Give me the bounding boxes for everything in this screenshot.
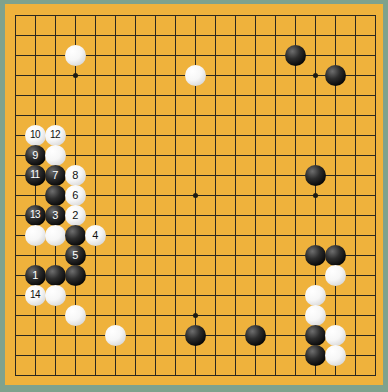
move-number-label: 6 bbox=[72, 190, 78, 201]
stone-black bbox=[245, 325, 266, 346]
hoshi-star-point bbox=[313, 73, 318, 78]
stone-black bbox=[305, 165, 326, 186]
hoshi-star-point bbox=[193, 193, 198, 198]
stone-white-move-14: 14 bbox=[25, 285, 46, 306]
stone-white bbox=[185, 65, 206, 86]
hoshi-star-point bbox=[193, 313, 198, 318]
stone-white bbox=[65, 45, 86, 66]
stone-black-move-9: 9 bbox=[25, 145, 46, 166]
stone-white-move-10: 10 bbox=[25, 125, 46, 146]
move-number-label: 10 bbox=[30, 130, 40, 140]
move-number-label: 12 bbox=[50, 130, 60, 140]
stone-black bbox=[285, 45, 306, 66]
stone-black bbox=[325, 65, 346, 86]
hoshi-star-point bbox=[73, 73, 78, 78]
stone-black bbox=[45, 185, 66, 206]
stone-black bbox=[45, 265, 66, 286]
stone-white bbox=[105, 325, 126, 346]
stone-black-move-3: 3 bbox=[45, 205, 66, 226]
move-number-label: 4 bbox=[92, 230, 98, 241]
stone-white bbox=[45, 285, 66, 306]
stone-black bbox=[305, 245, 326, 266]
go-diagram: 1012911786133245114 bbox=[0, 0, 388, 392]
stone-white-move-12: 12 bbox=[45, 125, 66, 146]
stone-black-move-13: 13 bbox=[25, 205, 46, 226]
move-number-label: 1 bbox=[32, 270, 38, 281]
move-number-label: 14 bbox=[30, 290, 40, 300]
stone-black bbox=[305, 345, 326, 366]
stone-black-move-1: 1 bbox=[25, 265, 46, 286]
stone-white bbox=[45, 225, 66, 246]
move-number-label: 7 bbox=[52, 170, 58, 181]
stone-white bbox=[45, 145, 66, 166]
stone-black bbox=[65, 265, 86, 286]
move-number-label: 2 bbox=[72, 210, 78, 221]
stone-white bbox=[25, 225, 46, 246]
move-number-label: 9 bbox=[32, 150, 38, 161]
board-frame: 1012911786133245114 bbox=[0, 0, 388, 392]
stone-black-move-11: 11 bbox=[25, 165, 46, 186]
stone-black-move-7: 7 bbox=[45, 165, 66, 186]
stone-white bbox=[325, 265, 346, 286]
stone-white bbox=[65, 305, 86, 326]
stone-white-move-8: 8 bbox=[65, 165, 86, 186]
move-number-label: 5 bbox=[72, 250, 78, 261]
stone-black bbox=[305, 325, 326, 346]
stone-white-move-4: 4 bbox=[85, 225, 106, 246]
stone-white-move-2: 2 bbox=[65, 205, 86, 226]
stone-white bbox=[325, 345, 346, 366]
stone-black-move-5: 5 bbox=[65, 245, 86, 266]
hoshi-star-point bbox=[313, 193, 318, 198]
stone-black bbox=[185, 325, 206, 346]
stone-black bbox=[325, 245, 346, 266]
stone-black bbox=[65, 225, 86, 246]
move-number-label: 3 bbox=[52, 210, 58, 221]
move-number-label: 8 bbox=[72, 170, 78, 181]
stone-white bbox=[325, 325, 346, 346]
stone-white bbox=[305, 305, 326, 326]
move-number-label: 11 bbox=[30, 170, 39, 180]
move-number-label: 13 bbox=[30, 210, 40, 220]
stone-white-move-6: 6 bbox=[65, 185, 86, 206]
stone-white bbox=[305, 285, 326, 306]
